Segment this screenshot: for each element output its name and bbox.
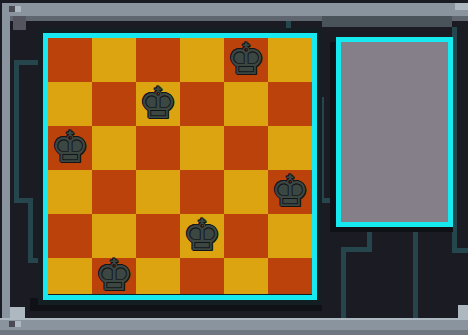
pixel-square-light-icon: [15, 321, 21, 327]
black-king[interactable]: ♚: [139, 82, 178, 125]
pixel-square-light-icon: [15, 6, 21, 12]
board-cell[interactable]: [224, 258, 268, 294]
board-cell[interactable]: [48, 82, 92, 126]
black-king[interactable]: ♚: [227, 38, 266, 81]
board-cell[interactable]: [92, 126, 136, 170]
board-grid: ♚♚♚♚♚♚: [48, 38, 312, 294]
black-king[interactable]: ♚: [95, 254, 134, 297]
board-cell[interactable]: [92, 38, 136, 82]
board-cell[interactable]: ♚: [136, 82, 180, 126]
board-cell[interactable]: [136, 126, 180, 170]
circuit-trace: [413, 227, 418, 318]
board-cell[interactable]: [92, 170, 136, 214]
circuit-trace: [452, 248, 468, 253]
board-cell[interactable]: [224, 214, 268, 258]
board-cell[interactable]: ♚: [92, 258, 136, 294]
board-cell[interactable]: [268, 82, 312, 126]
circuit-trace: [341, 247, 346, 318]
board-cell[interactable]: [48, 214, 92, 258]
board-cell[interactable]: [224, 126, 268, 170]
board-cell[interactable]: [48, 170, 92, 214]
board-cell[interactable]: [268, 126, 312, 170]
game-window: ♚♚♚♚♚♚: [0, 0, 468, 335]
titlebar-bevel-right: [322, 16, 452, 27]
board-cell[interactable]: [136, 38, 180, 82]
board-cell[interactable]: [268, 258, 312, 294]
board-cell[interactable]: [180, 170, 224, 214]
board-cell[interactable]: ♚: [268, 170, 312, 214]
side-panel: [336, 37, 453, 227]
board-cell[interactable]: [224, 82, 268, 126]
board-cell[interactable]: [224, 170, 268, 214]
bottom-right-highlight: [458, 305, 468, 318]
board-cell[interactable]: [136, 214, 180, 258]
board-cell[interactable]: [136, 170, 180, 214]
board-cell[interactable]: [48, 258, 92, 294]
titlebar: [2, 3, 468, 16]
board-cell[interactable]: ♚: [48, 126, 92, 170]
bottom-left-highlight: [10, 307, 25, 318]
chrome-step-block: [13, 16, 26, 30]
board-cell[interactable]: [48, 38, 92, 82]
titlebar-corner-highlight: [455, 3, 468, 10]
board-cell[interactable]: [180, 126, 224, 170]
circuit-trace: [28, 198, 33, 263]
black-king[interactable]: ♚: [271, 170, 310, 213]
board-cell[interactable]: ♚: [224, 38, 268, 82]
window-left-edge: [2, 16, 10, 318]
board-cell[interactable]: [92, 82, 136, 126]
board-cell[interactable]: [180, 82, 224, 126]
board-cell[interactable]: ♚: [180, 214, 224, 258]
board-cell[interactable]: [180, 38, 224, 82]
bottombar: [0, 318, 468, 330]
board-cell[interactable]: [180, 258, 224, 294]
bottombar-shadow: [0, 330, 468, 335]
black-king[interactable]: ♚: [51, 126, 90, 169]
board-cell[interactable]: [136, 258, 180, 294]
board-cell[interactable]: [268, 214, 312, 258]
circuit-trace: [14, 60, 19, 203]
black-king[interactable]: ♚: [183, 214, 222, 257]
board-cell[interactable]: [268, 38, 312, 82]
